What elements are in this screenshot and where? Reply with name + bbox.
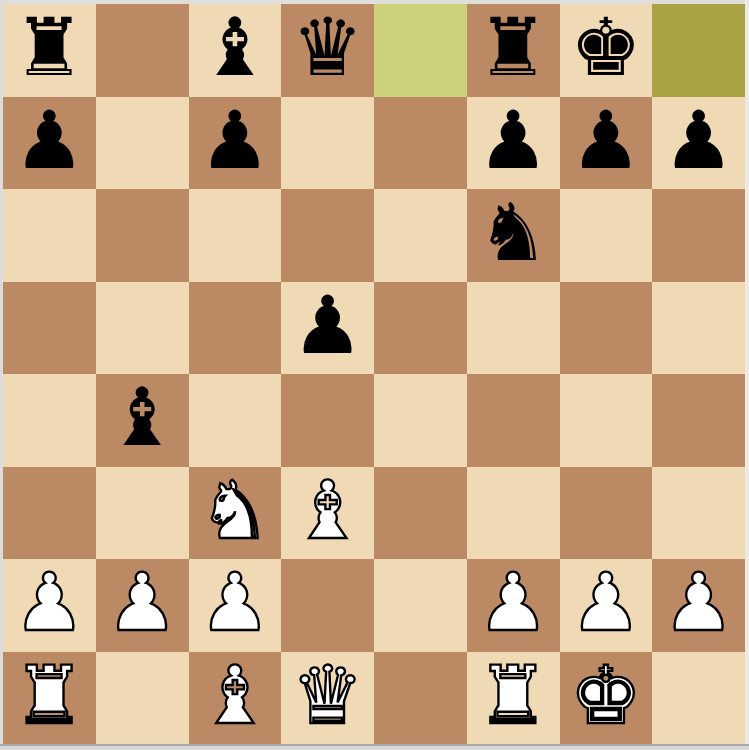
square-b7[interactable] xyxy=(96,97,189,190)
square-g3[interactable] xyxy=(560,467,653,560)
square-d7[interactable] xyxy=(281,97,374,190)
square-c3[interactable]: ♞ xyxy=(189,467,282,560)
square-g8[interactable]: ♚ xyxy=(560,4,653,97)
square-a3[interactable] xyxy=(3,467,96,560)
square-a8[interactable]: ♜ xyxy=(3,4,96,97)
white-pawn[interactable]: ♟ xyxy=(14,563,86,643)
square-d3[interactable]: ♝ xyxy=(281,467,374,560)
square-d2[interactable] xyxy=(281,559,374,652)
square-d4[interactable] xyxy=(281,374,374,467)
square-c8[interactable]: ♝ xyxy=(189,4,282,97)
square-f8[interactable]: ♜ xyxy=(467,4,560,97)
square-h8[interactable] xyxy=(652,4,745,97)
square-e4[interactable] xyxy=(374,374,467,467)
square-c4[interactable] xyxy=(189,374,282,467)
square-e8[interactable] xyxy=(374,4,467,97)
page-edge-right xyxy=(745,0,749,750)
white-knight[interactable]: ♞ xyxy=(199,471,271,551)
square-f6[interactable]: ♞ xyxy=(467,189,560,282)
square-e7[interactable] xyxy=(374,97,467,190)
square-c1[interactable]: ♝ xyxy=(189,652,282,745)
white-pawn[interactable]: ♟ xyxy=(106,563,178,643)
chess-board[interactable]: ♜♝♛♜♚♟♟♟♟♟♞♟♝♞♝♟♟♟♟♟♟♜♝♛♜♚ xyxy=(3,4,745,744)
square-e1[interactable] xyxy=(374,652,467,745)
square-d1[interactable]: ♛ xyxy=(281,652,374,745)
square-a1[interactable]: ♜ xyxy=(3,652,96,745)
black-bishop[interactable]: ♝ xyxy=(199,8,271,88)
square-g7[interactable]: ♟ xyxy=(560,97,653,190)
square-h2[interactable]: ♟ xyxy=(652,559,745,652)
square-b6[interactable] xyxy=(96,189,189,282)
black-queen[interactable]: ♛ xyxy=(292,8,364,88)
white-rook[interactable]: ♜ xyxy=(477,656,549,736)
white-rook[interactable]: ♜ xyxy=(14,656,86,736)
square-e6[interactable] xyxy=(374,189,467,282)
square-c6[interactable] xyxy=(189,189,282,282)
square-h7[interactable]: ♟ xyxy=(652,97,745,190)
square-c2[interactable]: ♟ xyxy=(189,559,282,652)
square-h4[interactable] xyxy=(652,374,745,467)
white-queen[interactable]: ♛ xyxy=(292,656,364,736)
white-pawn[interactable]: ♟ xyxy=(477,563,549,643)
square-e5[interactable] xyxy=(374,282,467,375)
black-rook[interactable]: ♜ xyxy=(477,8,549,88)
square-b4[interactable]: ♝ xyxy=(96,374,189,467)
square-h1[interactable] xyxy=(652,652,745,745)
square-b8[interactable] xyxy=(96,4,189,97)
square-c7[interactable]: ♟ xyxy=(189,97,282,190)
white-bishop[interactable]: ♝ xyxy=(199,656,271,736)
black-rook[interactable]: ♜ xyxy=(14,8,86,88)
square-g6[interactable] xyxy=(560,189,653,282)
square-h3[interactable] xyxy=(652,467,745,560)
page-edge-bottom xyxy=(0,744,749,750)
black-pawn[interactable]: ♟ xyxy=(199,101,271,181)
square-h6[interactable] xyxy=(652,189,745,282)
square-g2[interactable]: ♟ xyxy=(560,559,653,652)
white-pawn[interactable]: ♟ xyxy=(570,563,642,643)
chess-app-page: ♜♝♛♜♚♟♟♟♟♟♞♟♝♞♝♟♟♟♟♟♟♜♝♛♜♚ xyxy=(0,0,749,750)
square-e2[interactable] xyxy=(374,559,467,652)
square-d5[interactable]: ♟ xyxy=(281,282,374,375)
white-pawn[interactable]: ♟ xyxy=(663,563,735,643)
black-bishop[interactable]: ♝ xyxy=(106,378,178,458)
square-b5[interactable] xyxy=(96,282,189,375)
square-b3[interactable] xyxy=(96,467,189,560)
square-f5[interactable] xyxy=(467,282,560,375)
square-b1[interactable] xyxy=(96,652,189,745)
square-f3[interactable] xyxy=(467,467,560,560)
black-pawn[interactable]: ♟ xyxy=(292,286,364,366)
square-f4[interactable] xyxy=(467,374,560,467)
square-f7[interactable]: ♟ xyxy=(467,97,560,190)
black-pawn[interactable]: ♟ xyxy=(570,101,642,181)
square-c5[interactable] xyxy=(189,282,282,375)
white-pawn[interactable]: ♟ xyxy=(199,563,271,643)
square-d8[interactable]: ♛ xyxy=(281,4,374,97)
square-h5[interactable] xyxy=(652,282,745,375)
square-a7[interactable]: ♟ xyxy=(3,97,96,190)
square-g5[interactable] xyxy=(560,282,653,375)
black-king[interactable]: ♚ xyxy=(570,8,642,88)
square-a5[interactable] xyxy=(3,282,96,375)
square-g1[interactable]: ♚ xyxy=(560,652,653,745)
square-b2[interactable]: ♟ xyxy=(96,559,189,652)
square-a4[interactable] xyxy=(3,374,96,467)
square-d6[interactable] xyxy=(281,189,374,282)
square-f1[interactable]: ♜ xyxy=(467,652,560,745)
black-pawn[interactable]: ♟ xyxy=(14,101,86,181)
square-a2[interactable]: ♟ xyxy=(3,559,96,652)
square-a6[interactable] xyxy=(3,189,96,282)
white-king[interactable]: ♚ xyxy=(570,656,642,736)
square-f2[interactable]: ♟ xyxy=(467,559,560,652)
white-bishop[interactable]: ♝ xyxy=(292,471,364,551)
black-knight[interactable]: ♞ xyxy=(477,193,549,273)
black-pawn[interactable]: ♟ xyxy=(663,101,735,181)
square-e3[interactable] xyxy=(374,467,467,560)
black-pawn[interactable]: ♟ xyxy=(477,101,549,181)
square-g4[interactable] xyxy=(560,374,653,467)
